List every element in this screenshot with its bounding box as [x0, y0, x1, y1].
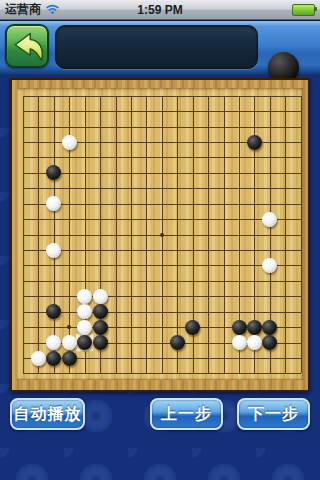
grid-line-vertical [177, 96, 178, 374]
grid-line-horizontal [23, 281, 301, 282]
black-stone [46, 304, 61, 319]
black-stone [185, 320, 200, 335]
toolbar [0, 20, 320, 76]
black-stone [262, 335, 277, 350]
star-point [67, 325, 71, 329]
grid-line-vertical [208, 96, 209, 374]
next-step-button[interactable]: 下一步 [237, 398, 310, 430]
grid-line-horizontal [23, 296, 301, 297]
black-stone [232, 320, 247, 335]
white-stone [46, 335, 61, 350]
status-bar: 运营商 1:59 PM [0, 0, 320, 20]
white-stone [262, 212, 277, 227]
grid-line-horizontal [23, 312, 301, 313]
black-stone [93, 320, 108, 335]
white-stone [232, 335, 247, 350]
return-arrow-icon [10, 29, 46, 65]
grid-line-horizontal [23, 265, 301, 266]
white-stone [77, 289, 92, 304]
back-button[interactable] [5, 24, 49, 68]
grid-line-vertical [285, 96, 286, 374]
move-info-field[interactable] [55, 25, 258, 69]
wifi-icon [45, 4, 60, 15]
black-stone [46, 165, 61, 180]
black-stone [262, 320, 277, 335]
grid-line-horizontal [23, 250, 301, 251]
white-stone [62, 335, 77, 350]
black-stone [93, 304, 108, 319]
black-stone [247, 135, 262, 150]
black-stone [62, 351, 77, 366]
black-stone [93, 335, 108, 350]
white-stone [77, 320, 92, 335]
carrier-label: 运营商 [5, 1, 41, 18]
grid-line-horizontal [23, 373, 301, 374]
white-stone [31, 351, 46, 366]
star-point [160, 233, 164, 237]
previous-step-button[interactable]: 上一步 [150, 398, 223, 430]
black-stone [46, 351, 61, 366]
grid-line-vertical [224, 96, 225, 374]
auto-play-button[interactable]: 自动播放 [10, 398, 85, 430]
white-stone [247, 335, 262, 350]
black-stone [247, 320, 262, 335]
white-stone [93, 289, 108, 304]
white-stone [46, 196, 61, 211]
white-stone [46, 243, 61, 258]
grid-line-vertical [301, 96, 302, 374]
battery-icon [292, 4, 315, 16]
go-board-grid[interactable] [12, 80, 308, 390]
go-board[interactable] [10, 78, 310, 392]
white-stone [62, 135, 77, 150]
white-stone [77, 304, 92, 319]
black-stone [170, 335, 185, 350]
white-stone [262, 258, 277, 273]
